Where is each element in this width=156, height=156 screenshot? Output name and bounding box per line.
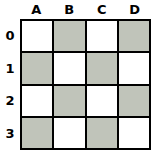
row-label-2: 2 — [0, 85, 20, 118]
board-grid — [20, 19, 151, 150]
cell-B3[interactable] — [54, 118, 84, 148]
row-label-1: 1 — [0, 52, 20, 85]
col-label-D: D — [118, 0, 151, 19]
column-labels: ABCD — [20, 0, 151, 19]
cell-B0[interactable] — [54, 21, 84, 51]
row-label-0: 0 — [0, 19, 20, 52]
board-diagram: ABCD 0123 — [0, 0, 156, 156]
cell-B2[interactable] — [54, 86, 84, 116]
cell-B1[interactable] — [54, 53, 84, 83]
cell-A1[interactable] — [22, 53, 52, 83]
cell-D3[interactable] — [119, 118, 149, 148]
cell-A0[interactable] — [22, 21, 52, 51]
cell-D2[interactable] — [119, 86, 149, 116]
cell-C1[interactable] — [87, 53, 117, 83]
cell-A2[interactable] — [22, 86, 52, 116]
col-label-B: B — [53, 0, 86, 19]
cell-D0[interactable] — [119, 21, 149, 51]
row-labels: 0123 — [0, 19, 20, 150]
cell-C3[interactable] — [87, 118, 117, 148]
cell-C2[interactable] — [87, 86, 117, 116]
col-label-C: C — [86, 0, 119, 19]
cell-D1[interactable] — [119, 53, 149, 83]
row-label-3: 3 — [0, 117, 20, 150]
col-label-A: A — [20, 0, 53, 19]
cell-C0[interactable] — [87, 21, 117, 51]
cell-A3[interactable] — [22, 118, 52, 148]
